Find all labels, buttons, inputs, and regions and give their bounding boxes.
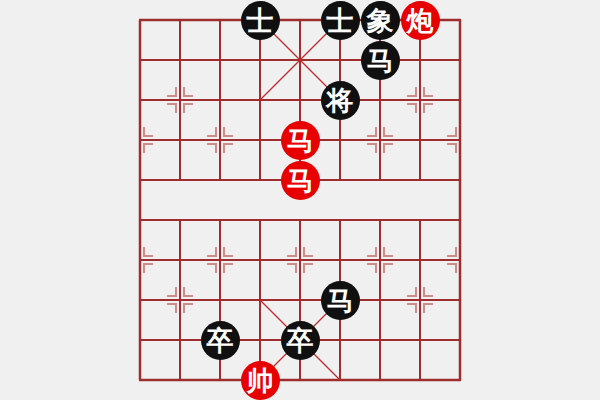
board-point-c7r4[interactable] xyxy=(400,160,440,200)
board-point-c8r3[interactable] xyxy=(440,120,480,160)
board-point-c7r8[interactable] xyxy=(400,320,440,360)
piece-glyph: 卒 xyxy=(207,327,234,354)
board-point-c0r0[interactable] xyxy=(120,0,160,40)
board-point-c8r1[interactable] xyxy=(440,40,480,80)
board-point-c6r3[interactable] xyxy=(360,120,400,160)
board-point-c8r7[interactable] xyxy=(440,280,480,320)
board-point-c8r8[interactable] xyxy=(440,320,480,360)
board-point-c4r2[interactable] xyxy=(280,80,320,120)
piece-glyph: 士 xyxy=(327,7,354,34)
board-point-c6r6[interactable] xyxy=(360,240,400,280)
piece-black-advisor[interactable]: 士 xyxy=(321,1,360,40)
board-point-c7r2[interactable] xyxy=(400,80,440,120)
board-point-c0r2[interactable] xyxy=(120,80,160,120)
board-point-c1r9[interactable] xyxy=(160,360,200,400)
board-point-c7r9[interactable] xyxy=(400,360,440,400)
board-point-c5r2[interactable]: 将 xyxy=(320,80,360,120)
board-point-c3r5[interactable] xyxy=(240,200,280,240)
piece-black-soldier[interactable]: 卒 xyxy=(201,321,240,360)
piece-red-general[interactable]: 帅 xyxy=(241,361,280,400)
board-point-c5r5[interactable] xyxy=(320,200,360,240)
board-point-c7r1[interactable] xyxy=(400,40,440,80)
board-point-c6r8[interactable] xyxy=(360,320,400,360)
board-point-c2r3[interactable] xyxy=(200,120,240,160)
board-point-c1r7[interactable] xyxy=(160,280,200,320)
board-point-c2r6[interactable] xyxy=(200,240,240,280)
board-point-c8r6[interactable] xyxy=(440,240,480,280)
board-point-c2r8[interactable]: 卒 xyxy=(200,320,240,360)
board-point-c4r3[interactable]: 马 xyxy=(280,120,320,160)
board-point-c1r2[interactable] xyxy=(160,80,200,120)
piece-black-advisor[interactable]: 士 xyxy=(241,1,280,40)
board-point-c6r9[interactable] xyxy=(360,360,400,400)
board-point-c2r7[interactable] xyxy=(200,280,240,320)
piece-red-horse[interactable]: 马 xyxy=(281,161,320,200)
board-point-c8r9[interactable] xyxy=(440,360,480,400)
piece-glyph: 马 xyxy=(367,47,394,74)
board-point-c7r5[interactable] xyxy=(400,200,440,240)
board-point-c1r0[interactable] xyxy=(160,0,200,40)
piece-black-general[interactable]: 将 xyxy=(321,81,360,120)
board-point-c4r0[interactable] xyxy=(280,0,320,40)
board-point-c5r9[interactable] xyxy=(320,360,360,400)
board-point-c1r5[interactable] xyxy=(160,200,200,240)
board-point-c7r7[interactable] xyxy=(400,280,440,320)
board-point-c2r5[interactable] xyxy=(200,200,240,240)
board-point-c6r7[interactable] xyxy=(360,280,400,320)
board-point-c3r3[interactable] xyxy=(240,120,280,160)
board-point-c0r3[interactable] xyxy=(120,120,160,160)
piece-glyph: 马 xyxy=(287,127,314,154)
board-point-c7r3[interactable] xyxy=(400,120,440,160)
board-point-c0r1[interactable] xyxy=(120,40,160,80)
board-point-c2r1[interactable] xyxy=(200,40,240,80)
board-point-c3r2[interactable] xyxy=(240,80,280,120)
board-point-c2r4[interactable] xyxy=(200,160,240,200)
board-point-c0r4[interactable] xyxy=(120,160,160,200)
board-point-c3r8[interactable] xyxy=(240,320,280,360)
board-point-c5r7[interactable]: 马 xyxy=(320,280,360,320)
piece-glyph: 象 xyxy=(367,7,394,34)
board-point-c4r6[interactable] xyxy=(280,240,320,280)
board-point-c8r5[interactable] xyxy=(440,200,480,240)
board-point-c0r8[interactable] xyxy=(120,320,160,360)
board-point-c8r2[interactable] xyxy=(440,80,480,120)
piece-glyph: 帅 xyxy=(247,367,274,394)
board-point-c5r8[interactable] xyxy=(320,320,360,360)
piece-glyph: 士 xyxy=(247,7,274,34)
board-point-c3r0[interactable]: 士 xyxy=(240,0,280,40)
board-point-c4r1[interactable] xyxy=(280,40,320,80)
board-point-c0r6[interactable] xyxy=(120,240,160,280)
xiangqi-board: 士士象炮马将马马马卒卒帅 xyxy=(120,0,480,400)
board-point-c5r4[interactable] xyxy=(320,160,360,200)
piece-black-soldier[interactable]: 卒 xyxy=(281,321,320,360)
piece-black-elephant[interactable]: 象 xyxy=(361,1,400,40)
piece-glyph: 将 xyxy=(327,87,354,114)
board-point-c3r7[interactable] xyxy=(240,280,280,320)
board-point-c6r1[interactable]: 马 xyxy=(360,40,400,80)
board-point-c5r1[interactable] xyxy=(320,40,360,80)
board-point-c1r8[interactable] xyxy=(160,320,200,360)
board-point-c8r4[interactable] xyxy=(440,160,480,200)
piece-glyph: 炮 xyxy=(407,7,434,34)
board-point-c2r0[interactable] xyxy=(200,0,240,40)
piece-glyph: 马 xyxy=(287,167,314,194)
board-point-c5r3[interactable] xyxy=(320,120,360,160)
piece-glyph: 卒 xyxy=(287,327,314,354)
board-point-c1r6[interactable] xyxy=(160,240,200,280)
xiangqi-screen: 士士象炮马将马马马卒卒帅 xyxy=(0,0,600,400)
board-point-c5r0[interactable]: 士 xyxy=(320,0,360,40)
board-point-c4r7[interactable] xyxy=(280,280,320,320)
board-point-c1r3[interactable] xyxy=(160,120,200,160)
board-point-c6r2[interactable] xyxy=(360,80,400,120)
piece-red-cannon[interactable]: 炮 xyxy=(401,1,440,40)
board-point-c7r6[interactable] xyxy=(400,240,440,280)
board-point-c3r9[interactable]: 帅 xyxy=(240,360,280,400)
board-point-c3r4[interactable] xyxy=(240,160,280,200)
board-point-c2r2[interactable] xyxy=(200,80,240,120)
board-point-c6r0[interactable]: 象 xyxy=(360,0,400,40)
board-point-c4r8[interactable]: 卒 xyxy=(280,320,320,360)
piece-glyph: 马 xyxy=(327,287,354,314)
piece-black-horse[interactable]: 马 xyxy=(361,41,400,80)
board-point-c0r9[interactable] xyxy=(120,360,160,400)
board-point-c2r9[interactable] xyxy=(200,360,240,400)
piece-red-horse[interactable]: 马 xyxy=(281,121,320,160)
piece-black-horse[interactable]: 马 xyxy=(321,281,360,320)
board-point-c3r1[interactable] xyxy=(240,40,280,80)
board-point-c1r4[interactable] xyxy=(160,160,200,200)
board-point-c6r4[interactable] xyxy=(360,160,400,200)
board-point-c1r1[interactable] xyxy=(160,40,200,80)
board-point-c8r0[interactable] xyxy=(440,0,480,40)
board-point-c0r7[interactable] xyxy=(120,280,160,320)
board-point-c5r6[interactable] xyxy=(320,240,360,280)
board-point-c4r5[interactable] xyxy=(280,200,320,240)
board-point-c4r9[interactable] xyxy=(280,360,320,400)
board-point-c7r0[interactable]: 炮 xyxy=(400,0,440,40)
board-point-c6r5[interactable] xyxy=(360,200,400,240)
board-point-c0r5[interactable] xyxy=(120,200,160,240)
board-point-c4r4[interactable]: 马 xyxy=(280,160,320,200)
board-point-c3r6[interactable] xyxy=(240,240,280,280)
